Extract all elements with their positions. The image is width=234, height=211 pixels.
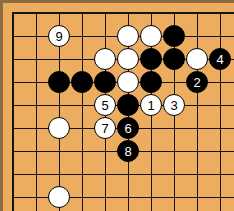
white-stone[interactable] bbox=[186, 48, 208, 70]
black-stone[interactable] bbox=[163, 48, 185, 70]
board-shadow-top bbox=[0, 0, 234, 3]
stone-move-6[interactable]: 6 bbox=[117, 117, 139, 139]
white-stone[interactable] bbox=[48, 117, 70, 139]
black-stone[interactable] bbox=[117, 94, 139, 116]
go-diagram: 942513768 bbox=[0, 0, 234, 211]
white-stone[interactable] bbox=[140, 25, 162, 47]
go-board[interactable]: 942513768 bbox=[0, 0, 234, 211]
board-shadow-left bbox=[0, 0, 3, 211]
stone-move-7[interactable]: 7 bbox=[94, 117, 116, 139]
grid-line-vertical bbox=[12, 12, 14, 211]
white-stone[interactable] bbox=[94, 48, 116, 70]
grid-line-horizontal bbox=[12, 12, 234, 14]
black-stone[interactable] bbox=[163, 25, 185, 47]
black-stone[interactable] bbox=[140, 48, 162, 70]
grid-line-vertical bbox=[36, 12, 37, 211]
stone-move-1[interactable]: 1 bbox=[140, 94, 162, 116]
stone-move-8[interactable]: 8 bbox=[117, 140, 139, 162]
grid-line-vertical bbox=[197, 12, 198, 211]
stone-move-9[interactable]: 9 bbox=[48, 25, 70, 47]
grid-line-horizontal bbox=[12, 174, 234, 175]
grid-line-vertical bbox=[82, 12, 83, 211]
white-stone[interactable] bbox=[117, 71, 139, 93]
black-stone[interactable] bbox=[94, 71, 116, 93]
black-stone[interactable] bbox=[48, 71, 70, 93]
stone-move-2[interactable]: 2 bbox=[186, 71, 208, 93]
white-stone[interactable] bbox=[117, 48, 139, 70]
black-stone[interactable] bbox=[71, 71, 93, 93]
stone-move-5[interactable]: 5 bbox=[94, 94, 116, 116]
white-stone[interactable] bbox=[117, 25, 139, 47]
black-stone[interactable] bbox=[140, 71, 162, 93]
stone-move-3[interactable]: 3 bbox=[163, 94, 185, 116]
grid-line-vertical bbox=[220, 12, 221, 211]
white-stone[interactable] bbox=[48, 186, 70, 208]
stone-move-4[interactable]: 4 bbox=[209, 48, 231, 70]
grid-line-horizontal bbox=[12, 197, 234, 198]
